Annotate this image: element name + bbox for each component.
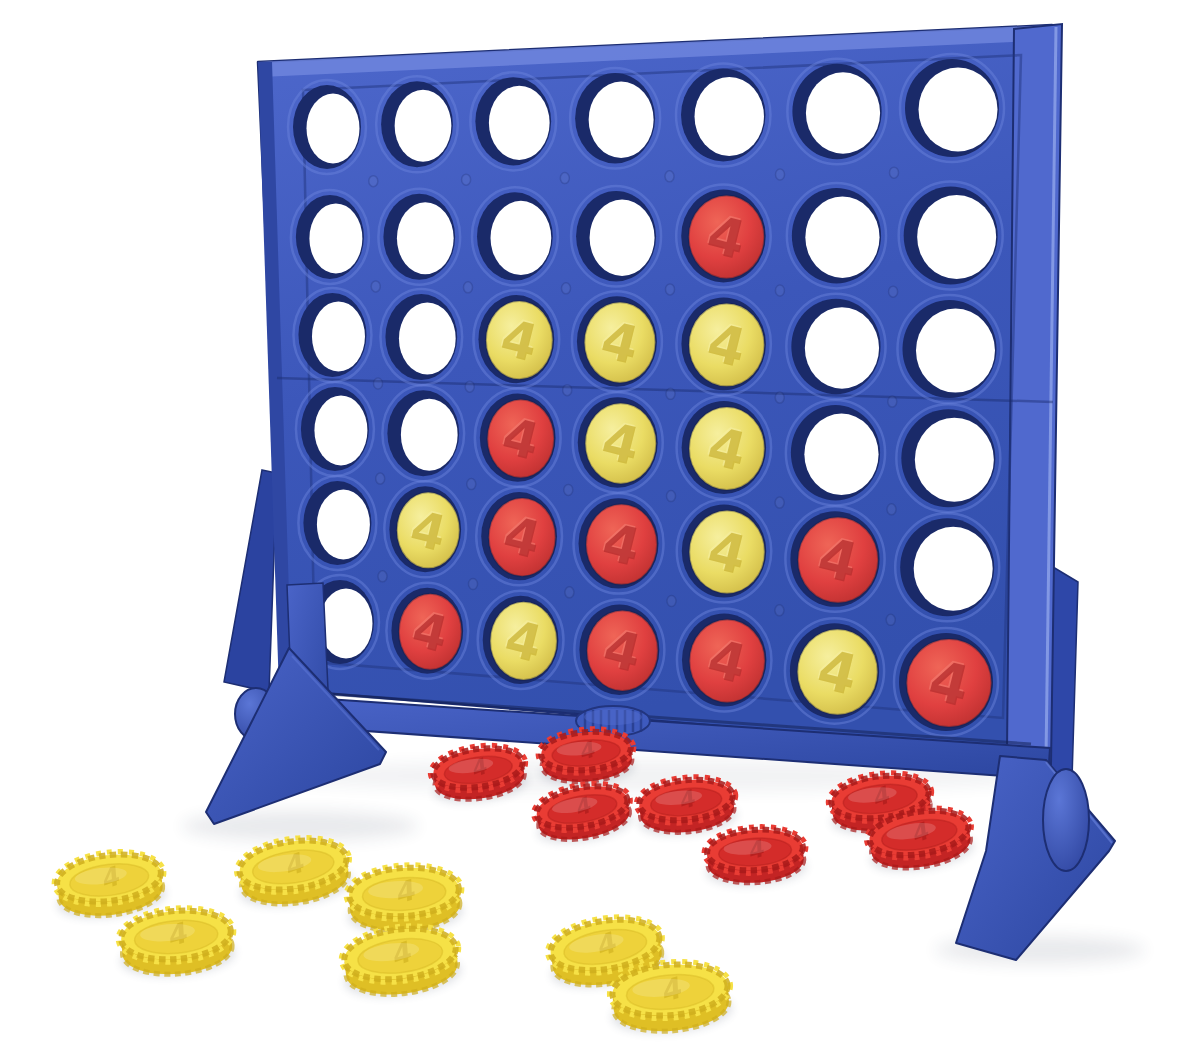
mold-dot (775, 285, 784, 296)
empty-hole-opening (589, 82, 654, 158)
mold-dot (376, 473, 385, 484)
loose-disc-yellow-3: 4 (233, 831, 355, 913)
cell-r1c3-empty (470, 72, 556, 170)
mold-dot (565, 587, 574, 598)
cell-r5c3-red: 44 (476, 487, 562, 585)
cell-r3c5-yellow: 44 (676, 292, 770, 395)
mold-dot (887, 504, 896, 515)
cell-r2c5-red: 44 (676, 185, 770, 288)
mold-dot (666, 388, 675, 399)
connect-four-board-photo: 444444444444444444444444444444444444 444… (0, 0, 1200, 1046)
cell-r3c2-empty (380, 289, 462, 385)
cell-r1c2-empty (376, 76, 458, 172)
empty-hole-opening (919, 68, 998, 152)
empty-hole-opening (804, 414, 878, 495)
mold-dot (369, 176, 378, 187)
cell-r4c2-empty (382, 385, 464, 481)
empty-hole-opening (312, 301, 365, 371)
mold-dot (374, 378, 383, 389)
cell-r2c4-empty (571, 186, 661, 286)
empty-hole-opening (806, 72, 880, 153)
mold-dot (665, 171, 674, 182)
cell-r4c6-empty (786, 400, 885, 505)
empty-hole-opening (695, 77, 764, 156)
mold-dot (775, 392, 784, 403)
cell-r2c1-empty (291, 190, 369, 284)
cell-r4c1-empty (296, 382, 374, 476)
cell-r6c3-yellow: 44 (478, 591, 564, 689)
empty-hole-opening (489, 86, 550, 160)
cell-r3c4-yellow: 44 (572, 291, 662, 391)
cell-r6c6-yellow: 44 (785, 618, 884, 723)
cell-r3c3-yellow: 44 (473, 290, 559, 388)
mold-dot (469, 579, 478, 590)
cell-r2c7-empty (899, 181, 1003, 289)
mold-dot (775, 497, 784, 508)
cell-r3c7-empty (897, 295, 1001, 403)
empty-hole-opening (590, 199, 655, 275)
cell-r6c2-red: 44 (386, 583, 468, 679)
right-foot (956, 756, 1115, 960)
empty-hole-opening (320, 589, 373, 659)
left-rear-strut (224, 470, 277, 692)
mold-dot (562, 283, 571, 294)
mold-dot (464, 282, 473, 293)
right-hinge-knob (1043, 769, 1089, 871)
cell-r5c7-empty (895, 513, 999, 621)
loose-disc-red-5: 4 (703, 823, 809, 889)
mold-dot (776, 169, 785, 180)
cell-r6c7-red: 44 (894, 628, 998, 736)
cell-r5c6-red: 44 (785, 506, 884, 611)
empty-hole-opening (805, 307, 879, 388)
knob-highlight (584, 709, 642, 725)
empty-hole-opening (397, 202, 454, 274)
cell-r2c3-empty (472, 187, 558, 285)
loose-disc-yellow-5: 4 (338, 920, 464, 1003)
mold-dot (378, 571, 387, 582)
loose-disc-yellow-2: 4 (116, 903, 238, 981)
cell-r3c1-empty (293, 288, 371, 382)
mold-dot (371, 281, 380, 292)
mold-dot (462, 174, 471, 185)
mold-dot (467, 479, 476, 490)
cell-r1c4-empty (570, 68, 660, 168)
empty-hole-opening (314, 395, 367, 465)
cell-r1c6-empty (787, 59, 886, 164)
cell-r4c7-empty (896, 404, 1000, 512)
loose-disc-yellow-4: 4 (344, 861, 464, 937)
mold-dot (775, 605, 784, 616)
empty-hole-opening (399, 302, 456, 374)
empty-hole-opening (917, 195, 996, 279)
mold-dot (666, 284, 675, 295)
empty-hole-opening (309, 203, 362, 273)
mold-dot (886, 614, 895, 625)
empty-hole-opening (395, 90, 452, 162)
cell-r1c1-empty (288, 80, 366, 174)
cell-r4c4-yellow: 44 (573, 392, 663, 492)
cell-r6c5-red: 44 (677, 609, 771, 712)
cell-r1c5-empty (676, 64, 770, 167)
empty-hole-opening (491, 201, 552, 275)
mold-dot (889, 286, 898, 297)
cell-r6c4-red: 44 (574, 599, 664, 699)
cell-r5c4-red: 44 (574, 493, 664, 593)
cell-r1c7-empty (900, 54, 1004, 162)
mold-dot (563, 385, 572, 396)
cell-r4c5-yellow: 44 (677, 396, 771, 499)
cell-r3c6-empty (786, 294, 885, 399)
empty-hole-opening (916, 309, 995, 393)
empty-hole-opening (805, 196, 879, 277)
cell-r5c1-empty (298, 476, 376, 570)
mold-dot (564, 484, 573, 495)
cell-r5c5-yellow: 44 (677, 500, 771, 603)
mold-dot (667, 596, 676, 607)
mold-dot (465, 381, 474, 392)
cell-r2c2-empty (378, 189, 460, 285)
mold-dot (560, 173, 569, 184)
cell-r5c2-yellow: 44 (384, 481, 466, 577)
cell-r4c3-red: 44 (475, 389, 561, 487)
empty-hole-opening (317, 490, 370, 560)
empty-hole-opening (401, 399, 458, 471)
loose-disc-yellow-1: 4 (51, 846, 169, 924)
mold-dot (667, 491, 676, 502)
cell-r2c6-empty (787, 183, 886, 288)
loose-disc-red-1: 4 (427, 740, 530, 809)
empty-hole-opening (915, 418, 994, 502)
empty-hole-opening (307, 94, 360, 164)
mold-dot (890, 167, 899, 178)
mold-dot (888, 396, 897, 407)
scene-connect-four-photo: 444444444444444444444444444444444444 444… (0, 0, 1200, 1046)
empty-hole-opening (914, 527, 993, 611)
